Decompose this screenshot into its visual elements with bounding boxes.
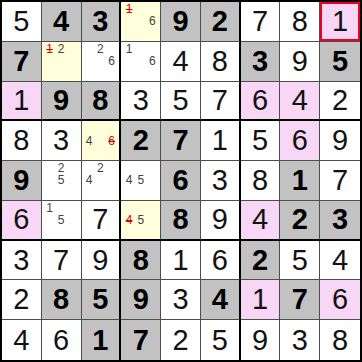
solved-digit: 7 — [53, 246, 69, 275]
solved-digit: 1 — [172, 246, 188, 275]
solved-digit: 4 — [332, 246, 348, 275]
cell-r7c3[interactable]: 9 — [82, 241, 122, 281]
given-digit: 8 — [133, 246, 149, 275]
cell-r8c9[interactable]: 6 — [320, 280, 360, 320]
cell-r6c5[interactable]: 8 — [161, 201, 201, 241]
cell-r6c1[interactable]: 6 — [2, 201, 42, 241]
given-digit: 3 — [252, 47, 268, 76]
candidate-6: 6 — [147, 15, 159, 27]
cell-r9c6[interactable]: 5 — [201, 320, 241, 360]
solved-digit: 3 — [212, 166, 228, 195]
cell-r4c6[interactable]: 1 — [201, 121, 241, 161]
cell-r7c8[interactable]: 5 — [280, 241, 320, 281]
candidate-grid: 12 — [44, 43, 79, 80]
cell-r6c9[interactable]: 3 — [320, 201, 360, 241]
cell-r3c9[interactable]: 2 — [320, 82, 360, 122]
cell-r3c3[interactable]: 8 — [82, 82, 122, 122]
cell-r8c7[interactable]: 1 — [241, 280, 281, 320]
candidate-5: 5 — [135, 174, 147, 186]
given-digit: 8 — [172, 205, 188, 234]
given-digit: 8 — [53, 285, 69, 314]
solved-digit: 8 — [13, 126, 29, 155]
solved-digit: 7 — [332, 166, 348, 195]
given-digit: 7 — [133, 326, 149, 355]
given-digit: 9 — [172, 7, 188, 36]
cell-r8c6[interactable]: 4 — [201, 280, 241, 320]
cell-r2c7[interactable]: 3 — [241, 42, 281, 82]
cell-r3c5[interactable]: 5 — [161, 82, 201, 122]
given-digit: 6 — [172, 166, 188, 195]
cell-r2c8[interactable]: 9 — [280, 42, 320, 82]
given-digit: 9 — [133, 285, 149, 314]
solved-digit: 7 — [252, 7, 268, 36]
cell-r1c4[interactable]: 16 — [121, 2, 161, 42]
struck-candidate-1: 1 — [44, 43, 56, 55]
solved-digit: 8 — [212, 47, 228, 76]
cell-r2c4[interactable]: 16 — [121, 42, 161, 82]
solved-digit: 5 — [212, 326, 228, 355]
cell-r9c3[interactable]: 1 — [82, 320, 122, 360]
given-digit: 8 — [92, 86, 108, 115]
candidate-grid: 45 — [123, 162, 158, 199]
given-digit: 7 — [13, 47, 29, 76]
cell-r9c8[interactable]: 3 — [280, 320, 320, 360]
cell-r2c2[interactable]: 12 — [42, 42, 82, 82]
solved-digit: 7 — [212, 86, 228, 115]
struck-candidate-1: 1 — [123, 3, 135, 15]
solved-digit: 4 — [252, 205, 268, 234]
solved-digit: 4 — [172, 47, 188, 76]
cell-r1c8[interactable]: 8 — [280, 2, 320, 42]
given-digit: 1 — [292, 166, 308, 195]
solved-digit: 1 — [252, 285, 268, 314]
cell-r1c1[interactable]: 5 — [2, 2, 42, 42]
cell-r6c7[interactable]: 4 — [241, 201, 281, 241]
cell-r3c1[interactable]: 1 — [2, 82, 42, 122]
cell-r1c7[interactable]: 7 — [241, 2, 281, 42]
solved-digit: 3 — [53, 126, 69, 155]
candidate-1: 1 — [123, 43, 135, 55]
candidate-grid: 16 — [123, 43, 158, 80]
solved-digit: 3 — [292, 326, 308, 355]
cell-r3c7[interactable]: 6 — [241, 82, 281, 122]
cell-r3c8[interactable]: 4 — [280, 82, 320, 122]
candidate-grid: 45 — [123, 202, 158, 238]
given-digit: 2 — [212, 7, 228, 36]
cell-r5c7[interactable]: 8 — [241, 161, 281, 201]
solved-digit: 9 — [252, 326, 268, 355]
cell-r8c5[interactable]: 3 — [161, 280, 201, 320]
cell-r1c9[interactable]: 1 — [320, 2, 360, 42]
cell-r7c5[interactable]: 1 — [161, 241, 201, 281]
given-digit: 9 — [53, 86, 69, 115]
cell-r4c5[interactable]: 7 — [161, 121, 201, 161]
solved-digit: 9 — [332, 126, 348, 155]
cell-r2c9[interactable]: 5 — [320, 42, 360, 82]
given-digit: 9 — [13, 166, 29, 195]
given-digit: 4 — [53, 7, 69, 36]
cell-r9c2[interactable]: 6 — [42, 320, 82, 360]
struck-candidate-6: 6 — [106, 135, 117, 147]
solved-digit: 1 — [332, 7, 348, 36]
cell-r4c2[interactable]: 3 — [42, 121, 82, 161]
cell-r3c4[interactable]: 3 — [121, 82, 161, 122]
cell-r3c2[interactable]: 9 — [42, 82, 82, 122]
cell-r1c2[interactable]: 4 — [42, 2, 82, 42]
given-digit: 7 — [292, 285, 308, 314]
cell-r5c8[interactable]: 1 — [280, 161, 320, 201]
solved-digit: 6 — [252, 86, 268, 115]
cell-r8c8[interactable]: 7 — [280, 280, 320, 320]
given-digit: 5 — [332, 47, 348, 76]
cell-r1c6[interactable]: 2 — [201, 2, 241, 42]
sudoku-board: 5431692781712261648395198357642834627156… — [0, 0, 362, 362]
candidate-grid: 26 — [84, 43, 118, 80]
solved-digit: 3 — [172, 285, 188, 314]
candidate-5: 5 — [55, 214, 67, 226]
solved-digit: 4 — [292, 86, 308, 115]
cell-r5c4[interactable]: 45 — [121, 161, 161, 201]
cell-r7c1[interactable]: 3 — [2, 241, 42, 281]
candidate-5: 5 — [55, 174, 67, 186]
solved-digit: 6 — [212, 246, 228, 275]
cell-r4c1[interactable]: 8 — [2, 121, 42, 161]
cell-r2c3[interactable]: 26 — [82, 42, 122, 82]
cell-r8c3[interactable]: 5 — [82, 280, 122, 320]
given-digit: 1 — [92, 326, 108, 355]
given-digit: 5 — [92, 285, 108, 314]
solved-digit: 9 — [212, 205, 228, 234]
cell-r5c9[interactable]: 7 — [320, 161, 360, 201]
cell-r4c3[interactable]: 46 — [82, 121, 122, 161]
solved-digit: 6 — [292, 126, 308, 155]
cell-r6c2[interactable]: 15 — [42, 201, 82, 241]
solved-digit: 3 — [13, 246, 29, 275]
cell-r5c2[interactable]: 25 — [42, 161, 82, 201]
cell-r6c3[interactable]: 7 — [82, 201, 122, 241]
solved-digit: 7 — [92, 205, 108, 234]
cell-r8c4[interactable]: 9 — [121, 280, 161, 320]
given-digit: 2 — [252, 246, 268, 275]
given-digit: 3 — [92, 7, 108, 36]
cell-r8c2[interactable]: 8 — [42, 280, 82, 320]
cell-r9c7[interactable]: 9 — [241, 320, 281, 360]
candidate-5: 5 — [135, 214, 147, 226]
cell-r6c8[interactable]: 2 — [280, 201, 320, 241]
cell-r7c9[interactable]: 4 — [320, 241, 360, 281]
given-digit: 4 — [212, 285, 228, 314]
solved-digit: 6 — [13, 205, 29, 234]
solved-digit: 8 — [292, 7, 308, 36]
solved-digit: 3 — [133, 86, 149, 115]
candidate-grid: 15 — [44, 202, 79, 238]
solved-digit: 4 — [13, 326, 29, 355]
given-digit: 3 — [332, 205, 348, 234]
cell-r7c7[interactable]: 2 — [241, 241, 281, 281]
candidate-2: 2 — [95, 162, 106, 174]
solved-digit: 5 — [13, 7, 29, 36]
solved-digit: 9 — [92, 246, 108, 275]
candidate-4: 4 — [84, 174, 95, 186]
candidate-4: 4 — [123, 174, 135, 186]
solved-digit: 6 — [332, 285, 348, 314]
solved-digit: 9 — [292, 47, 308, 76]
struck-candidate-4: 4 — [123, 214, 135, 226]
candidate-1: 1 — [44, 202, 56, 214]
cell-r4c4[interactable]: 2 — [121, 121, 161, 161]
cell-r8c1[interactable]: 2 — [2, 280, 42, 320]
cell-r7c6[interactable]: 6 — [201, 241, 241, 281]
cell-r5c5[interactable]: 6 — [161, 161, 201, 201]
candidate-grid: 16 — [123, 3, 158, 40]
given-digit: 2 — [292, 205, 308, 234]
cell-r5c3[interactable]: 24 — [82, 161, 122, 201]
candidate-4: 4 — [84, 135, 95, 147]
candidate-6: 6 — [106, 55, 117, 67]
cell-r4c8[interactable]: 6 — [280, 121, 320, 161]
solved-digit: 5 — [292, 246, 308, 275]
solved-digit: 2 — [332, 86, 348, 115]
cell-r1c3[interactable]: 3 — [82, 2, 122, 42]
candidate-grid: 25 — [44, 162, 79, 199]
given-digit: 2 — [133, 126, 149, 155]
cell-r9c1[interactable]: 4 — [2, 320, 42, 360]
candidate-2: 2 — [95, 43, 106, 55]
cell-r2c5[interactable]: 4 — [161, 42, 201, 82]
candidate-grid: 46 — [84, 122, 118, 159]
cell-r2c6[interactable]: 8 — [201, 42, 241, 82]
cell-r5c6[interactable]: 3 — [201, 161, 241, 201]
solved-digit: 2 — [13, 285, 29, 314]
solved-digit: 8 — [252, 166, 268, 195]
candidate-6: 6 — [147, 55, 159, 67]
solved-digit: 1 — [212, 126, 228, 155]
given-digit: 7 — [172, 126, 188, 155]
solved-digit: 2 — [172, 326, 188, 355]
cell-r7c4[interactable]: 8 — [121, 241, 161, 281]
solved-digit: 5 — [252, 126, 268, 155]
cell-r9c4[interactable]: 7 — [121, 320, 161, 360]
cell-r2c1[interactable]: 7 — [2, 42, 42, 82]
solved-digit: 6 — [53, 326, 69, 355]
cell-r9c5[interactable]: 2 — [161, 320, 201, 360]
solved-digit: 5 — [172, 86, 188, 115]
cell-r4c9[interactable]: 9 — [320, 121, 360, 161]
cell-r7c2[interactable]: 7 — [42, 241, 82, 281]
cell-r4c7[interactable]: 5 — [241, 121, 281, 161]
cell-r3c6[interactable]: 7 — [201, 82, 241, 122]
cell-r9c9[interactable]: 8 — [320, 320, 360, 360]
cell-r5c1[interactable]: 9 — [2, 161, 42, 201]
candidate-2: 2 — [55, 43, 67, 55]
candidate-grid: 24 — [84, 162, 118, 199]
cell-r6c4[interactable]: 45 — [121, 201, 161, 241]
solved-digit: 1 — [13, 86, 29, 115]
solved-digit: 8 — [332, 326, 348, 355]
cell-r1c5[interactable]: 9 — [161, 2, 201, 42]
cell-r6c6[interactable]: 9 — [201, 201, 241, 241]
